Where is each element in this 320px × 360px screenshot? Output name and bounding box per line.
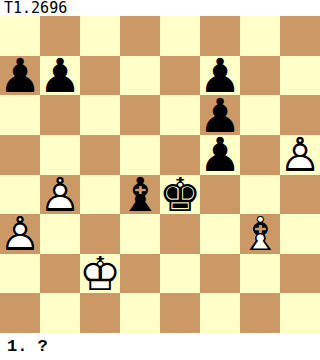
square-h2[interactable]: [280, 254, 320, 294]
move-prompt: 1. ?: [0, 333, 320, 360]
white-pawn-fill: ♟: [40, 175, 80, 215]
square-b6[interactable]: [40, 95, 80, 135]
square-a3[interactable]: ♟♙: [0, 214, 40, 254]
square-c7[interactable]: [80, 56, 120, 96]
square-b7[interactable]: ♟: [40, 56, 80, 96]
square-e5[interactable]: [160, 135, 200, 175]
square-f5[interactable]: ♟: [200, 135, 240, 175]
square-b2[interactable]: [40, 254, 80, 294]
square-e6[interactable]: [160, 95, 200, 135]
square-g3[interactable]: ♝♗: [240, 214, 280, 254]
square-g8[interactable]: [240, 16, 280, 56]
puzzle-title: T1.2696: [0, 0, 320, 16]
white-pawn-fill: ♟: [0, 214, 40, 254]
square-e3[interactable]: [160, 214, 200, 254]
square-g1[interactable]: [240, 293, 280, 333]
square-f7[interactable]: ♟: [200, 56, 240, 96]
square-a6[interactable]: [0, 95, 40, 135]
square-a4[interactable]: [0, 175, 40, 215]
square-e2[interactable]: [160, 254, 200, 294]
white-bishop-fill: ♝: [240, 214, 280, 254]
square-a7[interactable]: ♟: [0, 56, 40, 96]
square-b3[interactable]: [40, 214, 80, 254]
square-d4[interactable]: ♝: [120, 175, 160, 215]
square-h3[interactable]: [280, 214, 320, 254]
square-g4[interactable]: [240, 175, 280, 215]
white-king-fill: ♚: [80, 254, 120, 294]
white-pawn-icon: ♙: [0, 214, 40, 254]
square-c2[interactable]: ♚♔: [80, 254, 120, 294]
white-pawn-icon: ♙: [40, 175, 80, 215]
square-b1[interactable]: [40, 293, 80, 333]
square-d5[interactable]: [120, 135, 160, 175]
square-e7[interactable]: [160, 56, 200, 96]
square-c1[interactable]: [80, 293, 120, 333]
square-d8[interactable]: [120, 16, 160, 56]
square-f3[interactable]: [200, 214, 240, 254]
square-f4[interactable]: [200, 175, 240, 215]
square-d7[interactable]: [120, 56, 160, 96]
white-bishop-icon: ♗: [240, 214, 280, 254]
square-b8[interactable]: [40, 16, 80, 56]
square-g7[interactable]: [240, 56, 280, 96]
black-king-icon: ♚: [160, 175, 200, 215]
square-c3[interactable]: [80, 214, 120, 254]
black-pawn-icon: ♟: [200, 56, 240, 96]
square-d6[interactable]: [120, 95, 160, 135]
square-c5[interactable]: [80, 135, 120, 175]
square-h6[interactable]: [280, 95, 320, 135]
square-c4[interactable]: [80, 175, 120, 215]
square-h4[interactable]: [280, 175, 320, 215]
square-h8[interactable]: [280, 16, 320, 56]
square-b4[interactable]: ♟♙: [40, 175, 80, 215]
square-g2[interactable]: [240, 254, 280, 294]
square-f1[interactable]: [200, 293, 240, 333]
square-h7[interactable]: [280, 56, 320, 96]
square-g6[interactable]: [240, 95, 280, 135]
white-pawn-icon: ♙: [280, 135, 320, 175]
square-f2[interactable]: [200, 254, 240, 294]
square-e8[interactable]: [160, 16, 200, 56]
square-e4[interactable]: ♚: [160, 175, 200, 215]
square-h1[interactable]: [280, 293, 320, 333]
black-pawn-icon: ♟: [200, 95, 240, 135]
black-pawn-icon: ♟: [200, 135, 240, 175]
square-c6[interactable]: [80, 95, 120, 135]
square-g5[interactable]: [240, 135, 280, 175]
square-a1[interactable]: [0, 293, 40, 333]
square-e1[interactable]: [160, 293, 200, 333]
white-king-icon: ♔: [80, 254, 120, 294]
square-a2[interactable]: [0, 254, 40, 294]
black-pawn-icon: ♟: [40, 56, 80, 96]
square-b5[interactable]: [40, 135, 80, 175]
square-c8[interactable]: [80, 16, 120, 56]
black-bishop-icon: ♝: [120, 175, 160, 215]
square-d2[interactable]: [120, 254, 160, 294]
black-pawn-icon: ♟: [0, 56, 40, 96]
square-d1[interactable]: [120, 293, 160, 333]
square-a5[interactable]: [0, 135, 40, 175]
square-f6[interactable]: ♟: [200, 95, 240, 135]
white-pawn-fill: ♟: [280, 135, 320, 175]
chess-board: ♟♟♟♟♟♟♙♟♙♝♚♟♙♝♗♚♔: [0, 16, 320, 333]
square-f8[interactable]: [200, 16, 240, 56]
square-h5[interactable]: ♟♙: [280, 135, 320, 175]
square-d3[interactable]: [120, 214, 160, 254]
square-a8[interactable]: [0, 16, 40, 56]
